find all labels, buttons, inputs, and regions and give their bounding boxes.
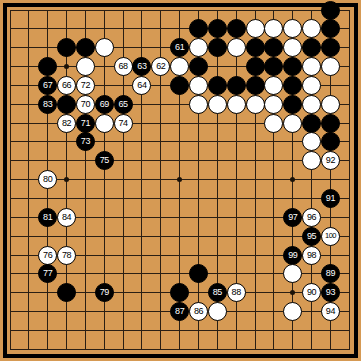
black-stone [246,38,265,57]
white-stone [76,57,95,76]
black-stone [227,76,246,95]
black-stone-move-95: 95 [302,227,321,246]
black-stone-move-85: 85 [208,283,227,302]
white-stone-move-68: 68 [114,57,133,76]
white-stone-move-74: 74 [114,114,133,133]
white-stone [208,95,227,114]
white-stone [227,38,246,57]
white-stone-move-76: 76 [38,246,57,265]
black-stone [208,38,227,57]
white-stone-move-96: 96 [302,208,321,227]
black-stone [321,1,340,20]
black-stone [208,76,227,95]
black-stone [283,95,302,114]
black-stone [227,19,246,38]
white-stone-move-72: 72 [76,76,95,95]
go-board: 6168636267667264837069658271747375928091… [0,0,361,361]
white-stone [227,95,246,114]
white-stone-move-100: 100 [321,227,340,246]
white-stone [321,95,340,114]
white-stone [302,57,321,76]
black-stone-move-97: 97 [283,208,302,227]
white-stone [95,38,114,57]
white-stone-move-78: 78 [57,246,76,265]
white-stone [302,76,321,95]
white-stone [189,76,208,95]
grid-line-horizontal [10,349,350,350]
black-stone [170,76,189,95]
black-stone [76,38,95,57]
grid-line-horizontal [10,236,350,237]
black-stone [57,95,76,114]
grid-line-horizontal [10,198,350,199]
white-stone-move-88: 88 [227,283,246,302]
white-stone [95,114,114,133]
white-stone-move-94: 94 [321,302,340,321]
black-stone [302,114,321,133]
white-stone [321,57,340,76]
black-stone-move-79: 79 [95,283,114,302]
black-stone [321,38,340,57]
black-stone-move-69: 69 [95,95,114,114]
black-stone-move-83: 83 [38,95,57,114]
white-stone-move-98: 98 [302,246,321,265]
grid-line-horizontal [10,330,350,331]
white-stone [246,95,265,114]
white-stone [246,19,265,38]
white-stone [264,114,283,133]
black-stone [283,76,302,95]
white-stone-move-70: 70 [76,95,95,114]
black-stone-move-71: 71 [76,114,95,133]
black-stone [246,57,265,76]
black-stone-move-91: 91 [321,189,340,208]
black-stone-move-65: 65 [114,95,133,114]
black-stone-move-99: 99 [283,246,302,265]
black-stone-move-75: 75 [95,151,114,170]
white-stone [302,95,321,114]
black-stone-move-67: 67 [38,76,57,95]
grid-line-vertical [349,10,350,350]
white-stone [189,95,208,114]
black-stone-move-81: 81 [38,208,57,227]
black-stone [189,57,208,76]
black-stone [246,76,265,95]
white-stone-move-86: 86 [189,302,208,321]
white-stone [283,114,302,133]
black-stone [321,114,340,133]
white-stone-move-66: 66 [57,76,76,95]
white-stone [208,302,227,321]
white-stone-move-82: 82 [57,114,76,133]
white-stone-move-84: 84 [57,208,76,227]
